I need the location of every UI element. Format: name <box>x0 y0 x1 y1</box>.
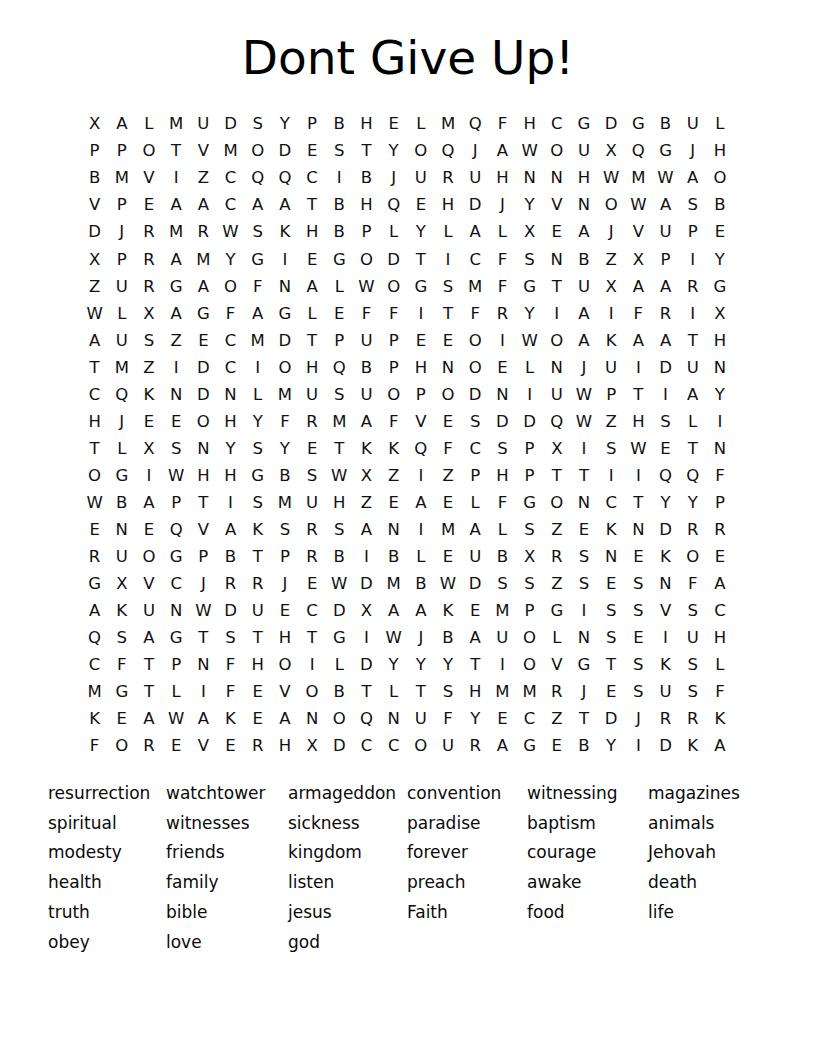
grid-cell[interactable]: X <box>135 436 162 463</box>
grid-cell[interactable]: S <box>570 571 597 598</box>
grid-cell[interactable]: S <box>679 192 706 219</box>
grid-cell[interactable]: A <box>570 327 597 354</box>
grid-cell[interactable]: U <box>108 544 135 571</box>
grid-cell[interactable]: Z <box>380 463 407 490</box>
grid-cell[interactable]: L <box>326 652 353 679</box>
grid-cell[interactable]: P <box>108 138 135 165</box>
grid-cell[interactable]: S <box>625 652 652 679</box>
grid-cell[interactable]: D <box>462 571 489 598</box>
grid-cell[interactable]: P <box>326 327 353 354</box>
grid-cell[interactable]: Y <box>434 652 461 679</box>
grid-cell[interactable]: F <box>353 300 380 327</box>
grid-cell[interactable]: A <box>217 517 244 544</box>
grid-cell[interactable]: I <box>326 165 353 192</box>
grid-cell[interactable]: Y <box>407 652 434 679</box>
grid-cell[interactable]: G <box>271 300 298 327</box>
grid-cell[interactable]: E <box>244 679 271 706</box>
grid-cell[interactable]: L <box>489 517 516 544</box>
grid-cell[interactable]: P <box>299 111 326 138</box>
grid-cell[interactable]: O <box>135 544 162 571</box>
grid-cell[interactable]: G <box>570 652 597 679</box>
grid-cell[interactable]: Z <box>598 409 625 436</box>
grid-cell[interactable]: G <box>81 571 108 598</box>
grid-cell[interactable]: S <box>135 327 162 354</box>
grid-cell[interactable]: K <box>135 381 162 408</box>
grid-cell[interactable]: K <box>434 598 461 625</box>
grid-cell[interactable]: O <box>598 192 625 219</box>
grid-cell[interactable]: S <box>244 111 271 138</box>
grid-cell[interactable]: Y <box>380 652 407 679</box>
grid-cell[interactable]: X <box>353 463 380 490</box>
grid-cell[interactable]: K <box>679 733 706 760</box>
grid-cell[interactable]: N <box>543 246 570 273</box>
grid-cell[interactable]: G <box>516 273 543 300</box>
grid-cell[interactable]: A <box>271 192 298 219</box>
grid-cell[interactable]: J <box>598 219 625 246</box>
grid-cell[interactable]: D <box>353 571 380 598</box>
grid-cell[interactable]: D <box>652 517 679 544</box>
grid-cell[interactable]: L <box>108 436 135 463</box>
grid-cell[interactable]: M <box>271 381 298 408</box>
grid-cell[interactable]: S <box>108 625 135 652</box>
grid-cell[interactable]: S <box>326 138 353 165</box>
grid-cell[interactable]: B <box>570 246 597 273</box>
grid-cell[interactable]: H <box>217 409 244 436</box>
grid-cell[interactable]: T <box>81 436 108 463</box>
grid-cell[interactable]: B <box>326 192 353 219</box>
grid-cell[interactable]: A <box>244 300 271 327</box>
grid-cell[interactable]: M <box>217 138 244 165</box>
grid-cell[interactable]: A <box>407 490 434 517</box>
grid-cell[interactable]: Z <box>353 490 380 517</box>
grid-cell[interactable]: D <box>326 598 353 625</box>
grid-cell[interactable]: H <box>217 463 244 490</box>
grid-cell[interactable]: F <box>380 409 407 436</box>
grid-cell[interactable]: Q <box>353 706 380 733</box>
grid-cell[interactable]: T <box>543 273 570 300</box>
grid-cell[interactable]: A <box>652 192 679 219</box>
grid-cell[interactable]: P <box>190 544 217 571</box>
grid-cell[interactable]: N <box>570 192 597 219</box>
grid-cell[interactable]: S <box>652 409 679 436</box>
grid-cell[interactable]: P <box>271 544 298 571</box>
grid-cell[interactable]: T <box>81 354 108 381</box>
grid-cell[interactable]: P <box>380 327 407 354</box>
grid-cell[interactable]: I <box>598 463 625 490</box>
grid-cell[interactable]: E <box>598 571 625 598</box>
grid-cell[interactable]: H <box>489 165 516 192</box>
grid-cell[interactable]: I <box>434 246 461 273</box>
grid-cell[interactable]: E <box>625 625 652 652</box>
grid-cell[interactable]: A <box>353 517 380 544</box>
grid-cell[interactable]: L <box>407 111 434 138</box>
grid-cell[interactable]: U <box>652 679 679 706</box>
grid-cell[interactable]: M <box>516 679 543 706</box>
grid-cell[interactable]: E <box>326 300 353 327</box>
grid-cell[interactable]: T <box>353 138 380 165</box>
grid-cell[interactable]: I <box>652 625 679 652</box>
grid-cell[interactable]: B <box>489 544 516 571</box>
grid-cell[interactable]: U <box>652 219 679 246</box>
grid-cell[interactable]: S <box>625 571 652 598</box>
grid-cell[interactable]: N <box>706 436 733 463</box>
grid-cell[interactable]: Y <box>407 219 434 246</box>
grid-cell[interactable]: S <box>679 679 706 706</box>
grid-cell[interactable]: W <box>625 192 652 219</box>
grid-cell[interactable]: P <box>380 354 407 381</box>
grid-cell[interactable]: S <box>598 625 625 652</box>
grid-cell[interactable]: Q <box>652 463 679 490</box>
grid-cell[interactable]: U <box>353 327 380 354</box>
grid-cell[interactable]: W <box>326 571 353 598</box>
grid-cell[interactable]: L <box>407 544 434 571</box>
grid-cell[interactable]: D <box>598 111 625 138</box>
grid-cell[interactable]: E <box>244 706 271 733</box>
grid-cell[interactable]: I <box>625 354 652 381</box>
grid-cell[interactable]: T <box>163 138 190 165</box>
grid-cell[interactable]: L <box>679 409 706 436</box>
grid-cell[interactable]: H <box>299 354 326 381</box>
grid-cell[interactable]: M <box>434 111 461 138</box>
grid-cell[interactable]: E <box>706 544 733 571</box>
grid-cell[interactable]: A <box>462 517 489 544</box>
grid-cell[interactable]: X <box>108 571 135 598</box>
grid-cell[interactable]: X <box>598 138 625 165</box>
grid-cell[interactable]: D <box>652 733 679 760</box>
grid-cell[interactable]: C <box>81 381 108 408</box>
grid-cell[interactable]: N <box>652 571 679 598</box>
grid-cell[interactable]: C <box>163 571 190 598</box>
grid-cell[interactable]: F <box>217 300 244 327</box>
grid-cell[interactable]: G <box>516 490 543 517</box>
grid-cell[interactable]: G <box>163 625 190 652</box>
grid-cell[interactable]: J <box>271 571 298 598</box>
grid-cell[interactable]: Q <box>81 625 108 652</box>
grid-cell[interactable]: L <box>163 679 190 706</box>
grid-cell[interactable]: W <box>163 706 190 733</box>
grid-cell[interactable]: M <box>271 490 298 517</box>
grid-cell[interactable]: U <box>598 354 625 381</box>
grid-cell[interactable]: H <box>326 490 353 517</box>
grid-cell[interactable]: G <box>244 463 271 490</box>
grid-cell[interactable]: M <box>163 219 190 246</box>
grid-cell[interactable]: E <box>434 327 461 354</box>
grid-cell[interactable]: U <box>462 165 489 192</box>
grid-cell[interactable]: F <box>706 463 733 490</box>
grid-cell[interactable]: O <box>462 354 489 381</box>
grid-cell[interactable]: Z <box>163 327 190 354</box>
grid-cell[interactable]: I <box>407 463 434 490</box>
grid-cell[interactable]: Z <box>434 463 461 490</box>
grid-cell[interactable]: Q <box>108 381 135 408</box>
grid-cell[interactable]: G <box>516 733 543 760</box>
grid-cell[interactable]: T <box>625 490 652 517</box>
grid-cell[interactable]: G <box>190 300 217 327</box>
grid-cell[interactable]: A <box>271 706 298 733</box>
grid-cell[interactable]: H <box>353 111 380 138</box>
grid-cell[interactable]: G <box>652 138 679 165</box>
grid-cell[interactable]: U <box>570 138 597 165</box>
grid-cell[interactable]: C <box>299 598 326 625</box>
grid-cell[interactable]: N <box>706 354 733 381</box>
grid-cell[interactable]: I <box>516 381 543 408</box>
grid-cell[interactable]: H <box>706 625 733 652</box>
grid-cell[interactable]: P <box>108 192 135 219</box>
grid-cell[interactable]: C <box>516 706 543 733</box>
grid-cell[interactable]: H <box>190 463 217 490</box>
grid-cell[interactable]: B <box>326 544 353 571</box>
grid-cell[interactable]: O <box>244 138 271 165</box>
grid-cell[interactable]: U <box>108 273 135 300</box>
grid-cell[interactable]: L <box>516 354 543 381</box>
grid-cell[interactable]: N <box>543 165 570 192</box>
grid-cell[interactable]: W <box>570 409 597 436</box>
grid-cell[interactable]: D <box>190 381 217 408</box>
grid-cell[interactable]: Q <box>434 138 461 165</box>
grid-cell[interactable]: Q <box>326 354 353 381</box>
grid-cell[interactable]: B <box>407 571 434 598</box>
grid-cell[interactable]: A <box>489 138 516 165</box>
grid-cell[interactable]: O <box>407 733 434 760</box>
grid-cell[interactable]: O <box>380 381 407 408</box>
grid-cell[interactable]: B <box>353 354 380 381</box>
grid-cell[interactable]: I <box>299 652 326 679</box>
grid-cell[interactable]: G <box>108 679 135 706</box>
grid-cell[interactable]: C <box>706 598 733 625</box>
grid-cell[interactable]: C <box>217 165 244 192</box>
grid-cell[interactable]: T <box>679 327 706 354</box>
grid-cell[interactable]: U <box>299 490 326 517</box>
grid-cell[interactable]: I <box>353 625 380 652</box>
grid-cell[interactable]: S <box>679 652 706 679</box>
grid-cell[interactable]: G <box>407 273 434 300</box>
grid-cell[interactable]: C <box>217 354 244 381</box>
grid-cell[interactable]: X <box>299 733 326 760</box>
grid-cell[interactable]: A <box>625 327 652 354</box>
grid-cell[interactable]: S <box>244 219 271 246</box>
grid-cell[interactable]: A <box>570 300 597 327</box>
grid-cell[interactable]: S <box>244 436 271 463</box>
grid-cell[interactable]: M <box>244 327 271 354</box>
grid-cell[interactable]: L <box>299 300 326 327</box>
grid-cell[interactable]: Y <box>516 192 543 219</box>
grid-cell[interactable]: M <box>108 354 135 381</box>
grid-cell[interactable]: J <box>462 138 489 165</box>
grid-cell[interactable]: X <box>81 111 108 138</box>
grid-cell[interactable]: O <box>407 138 434 165</box>
grid-cell[interactable]: S <box>271 517 298 544</box>
grid-cell[interactable]: R <box>299 517 326 544</box>
grid-cell[interactable]: Y <box>217 246 244 273</box>
grid-cell[interactable]: V <box>543 652 570 679</box>
grid-cell[interactable]: K <box>598 517 625 544</box>
grid-cell[interactable]: H <box>434 192 461 219</box>
grid-cell[interactable]: G <box>625 111 652 138</box>
grid-cell[interactable]: A <box>244 192 271 219</box>
grid-cell[interactable]: C <box>217 327 244 354</box>
grid-cell[interactable]: N <box>299 706 326 733</box>
grid-cell[interactable]: X <box>625 246 652 273</box>
grid-cell[interactable]: P <box>407 381 434 408</box>
grid-cell[interactable]: D <box>190 354 217 381</box>
grid-cell[interactable]: Y <box>598 733 625 760</box>
grid-cell[interactable]: T <box>135 652 162 679</box>
grid-cell[interactable]: T <box>407 679 434 706</box>
grid-cell[interactable]: W <box>81 490 108 517</box>
grid-cell[interactable]: J <box>108 409 135 436</box>
grid-cell[interactable]: I <box>625 463 652 490</box>
grid-cell[interactable]: L <box>489 219 516 246</box>
grid-cell[interactable]: W <box>380 625 407 652</box>
grid-cell[interactable]: T <box>570 463 597 490</box>
grid-cell[interactable]: G <box>326 625 353 652</box>
grid-cell[interactable]: U <box>407 706 434 733</box>
grid-cell[interactable]: Y <box>652 490 679 517</box>
grid-cell[interactable]: E <box>625 544 652 571</box>
grid-cell[interactable]: O <box>81 463 108 490</box>
grid-cell[interactable]: M <box>326 409 353 436</box>
grid-cell[interactable]: H <box>271 733 298 760</box>
grid-cell[interactable]: U <box>489 625 516 652</box>
grid-cell[interactable]: N <box>625 517 652 544</box>
grid-cell[interactable]: X <box>516 544 543 571</box>
grid-cell[interactable]: I <box>598 300 625 327</box>
grid-cell[interactable]: V <box>652 598 679 625</box>
grid-cell[interactable]: Z <box>135 354 162 381</box>
grid-cell[interactable]: E <box>652 436 679 463</box>
grid-cell[interactable]: B <box>108 490 135 517</box>
grid-cell[interactable]: O <box>380 273 407 300</box>
grid-cell[interactable]: G <box>163 544 190 571</box>
grid-cell[interactable]: T <box>462 652 489 679</box>
grid-cell[interactable]: D <box>489 409 516 436</box>
grid-cell[interactable]: E <box>434 544 461 571</box>
grid-cell[interactable]: S <box>163 436 190 463</box>
grid-cell[interactable]: O <box>353 246 380 273</box>
grid-cell[interactable]: T <box>353 679 380 706</box>
grid-cell[interactable]: I <box>679 300 706 327</box>
grid-cell[interactable]: V <box>190 138 217 165</box>
grid-cell[interactable]: E <box>570 517 597 544</box>
grid-cell[interactable]: A <box>489 733 516 760</box>
grid-cell[interactable]: P <box>353 219 380 246</box>
grid-cell[interactable]: O <box>326 706 353 733</box>
grid-cell[interactable]: E <box>135 192 162 219</box>
grid-cell[interactable]: M <box>380 571 407 598</box>
grid-cell[interactable]: K <box>706 706 733 733</box>
grid-cell[interactable]: N <box>543 354 570 381</box>
grid-cell[interactable]: C <box>81 652 108 679</box>
grid-cell[interactable]: F <box>108 652 135 679</box>
grid-cell[interactable]: R <box>244 733 271 760</box>
grid-cell[interactable]: E <box>135 517 162 544</box>
grid-cell[interactable]: R <box>543 544 570 571</box>
grid-cell[interactable]: N <box>489 381 516 408</box>
grid-cell[interactable]: B <box>380 544 407 571</box>
grid-cell[interactable]: D <box>516 409 543 436</box>
grid-cell[interactable]: B <box>353 165 380 192</box>
grid-cell[interactable]: A <box>135 490 162 517</box>
grid-cell[interactable]: U <box>407 165 434 192</box>
grid-cell[interactable]: O <box>190 409 217 436</box>
grid-cell[interactable]: S <box>326 517 353 544</box>
grid-cell[interactable]: E <box>108 706 135 733</box>
grid-cell[interactable]: A <box>462 625 489 652</box>
grid-cell[interactable]: O <box>516 652 543 679</box>
grid-cell[interactable]: U <box>679 111 706 138</box>
grid-cell[interactable]: S <box>516 517 543 544</box>
grid-cell[interactable]: W <box>570 381 597 408</box>
grid-cell[interactable]: X <box>598 273 625 300</box>
grid-cell[interactable]: Z <box>598 246 625 273</box>
grid-cell[interactable]: I <box>489 327 516 354</box>
grid-cell[interactable]: P <box>516 463 543 490</box>
grid-cell[interactable]: N <box>108 517 135 544</box>
grid-cell[interactable]: E <box>380 111 407 138</box>
grid-cell[interactable]: N <box>380 706 407 733</box>
grid-cell[interactable]: A <box>679 381 706 408</box>
grid-cell[interactable]: N <box>516 165 543 192</box>
grid-cell[interactable]: Y <box>244 409 271 436</box>
grid-cell[interactable]: B <box>570 733 597 760</box>
grid-cell[interactable]: J <box>380 165 407 192</box>
grid-cell[interactable]: B <box>326 111 353 138</box>
grid-cell[interactable]: S <box>679 598 706 625</box>
grid-cell[interactable]: T <box>135 679 162 706</box>
grid-cell[interactable]: O <box>706 165 733 192</box>
grid-cell[interactable]: H <box>353 192 380 219</box>
grid-cell[interactable]: H <box>407 354 434 381</box>
grid-cell[interactable]: D <box>271 327 298 354</box>
grid-cell[interactable]: F <box>217 652 244 679</box>
grid-cell[interactable]: P <box>81 138 108 165</box>
grid-cell[interactable]: S <box>489 436 516 463</box>
grid-cell[interactable]: I <box>244 354 271 381</box>
grid-cell[interactable]: H <box>625 409 652 436</box>
grid-cell[interactable]: A <box>190 273 217 300</box>
grid-cell[interactable]: A <box>570 219 597 246</box>
grid-cell[interactable]: V <box>190 733 217 760</box>
grid-cell[interactable]: W <box>516 327 543 354</box>
grid-cell[interactable]: O <box>271 354 298 381</box>
grid-cell[interactable]: J <box>190 571 217 598</box>
grid-cell[interactable]: E <box>299 436 326 463</box>
grid-cell[interactable]: I <box>679 246 706 273</box>
grid-cell[interactable]: I <box>271 246 298 273</box>
grid-cell[interactable]: M <box>489 598 516 625</box>
grid-cell[interactable]: T <box>598 652 625 679</box>
grid-cell[interactable]: T <box>679 436 706 463</box>
grid-cell[interactable]: D <box>598 706 625 733</box>
grid-cell[interactable]: D <box>326 733 353 760</box>
grid-cell[interactable]: E <box>271 598 298 625</box>
grid-cell[interactable]: B <box>217 544 244 571</box>
grid-cell[interactable]: S <box>625 598 652 625</box>
grid-cell[interactable]: F <box>244 273 271 300</box>
grid-cell[interactable]: T <box>570 706 597 733</box>
grid-cell[interactable]: E <box>598 679 625 706</box>
grid-cell[interactable]: H <box>81 409 108 436</box>
grid-cell[interactable]: I <box>353 544 380 571</box>
grid-cell[interactable]: F <box>217 679 244 706</box>
grid-cell[interactable]: M <box>163 111 190 138</box>
grid-cell[interactable]: G <box>706 273 733 300</box>
grid-cell[interactable]: U <box>679 354 706 381</box>
grid-cell[interactable]: U <box>434 733 461 760</box>
grid-cell[interactable]: A <box>81 598 108 625</box>
grid-cell[interactable]: H <box>706 327 733 354</box>
grid-cell[interactable]: P <box>462 463 489 490</box>
